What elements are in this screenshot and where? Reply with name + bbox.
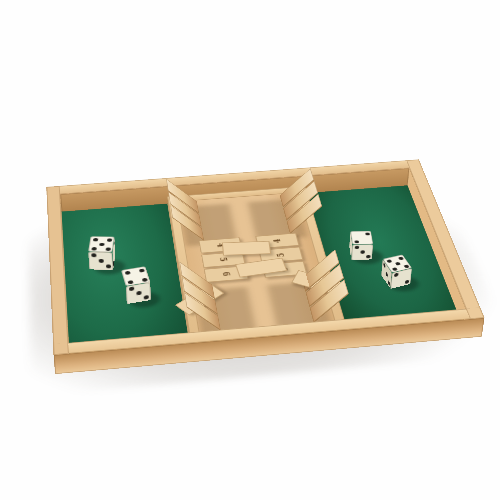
die-face-front: [88, 252, 113, 271]
product-photo-scene: 4 5 6 4 5 6: [0, 0, 500, 500]
die-face-top: [88, 236, 114, 252]
shut-the-box-tray: 4 5 6 4 5 6: [48, 177, 482, 374]
die-right-1[interactable]: [349, 247, 372, 261]
die-face-front: [351, 244, 373, 260]
tile-flipped-blank[interactable]: [222, 241, 271, 256]
die-face-top: [350, 231, 373, 245]
die-left-1[interactable]: [89, 255, 115, 271]
